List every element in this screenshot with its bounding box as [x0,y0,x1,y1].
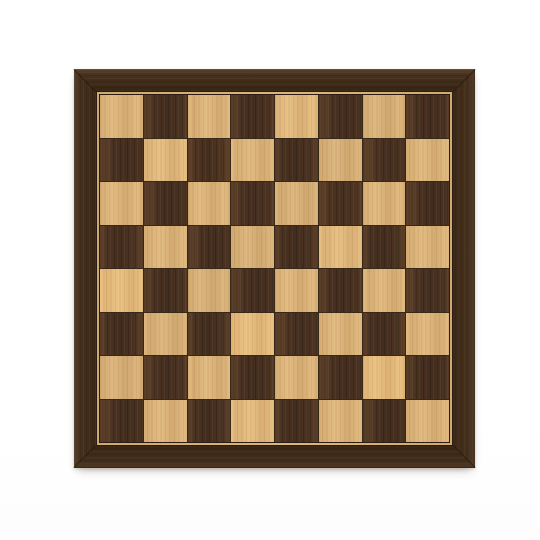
square-d3[interactable] [231,313,274,356]
square-b7[interactable] [144,139,187,182]
square-e6[interactable] [275,182,318,225]
square-h5[interactable] [406,226,449,269]
square-c8[interactable] [188,95,231,138]
square-f8[interactable] [319,95,362,138]
square-b4[interactable] [144,269,187,312]
square-g4[interactable] [363,269,406,312]
square-g3[interactable] [363,313,406,356]
square-g7[interactable] [363,139,406,182]
square-c6[interactable] [188,182,231,225]
square-h7[interactable] [406,139,449,182]
square-a2[interactable] [100,356,143,399]
square-h8[interactable] [406,95,449,138]
square-a8[interactable] [100,95,143,138]
square-g8[interactable] [363,95,406,138]
square-e7[interactable] [275,139,318,182]
square-c4[interactable] [188,269,231,312]
square-a6[interactable] [100,182,143,225]
square-h4[interactable] [406,269,449,312]
square-d8[interactable] [231,95,274,138]
board-grid [100,95,449,442]
square-h2[interactable] [406,356,449,399]
square-f5[interactable] [319,226,362,269]
square-f3[interactable] [319,313,362,356]
square-c5[interactable] [188,226,231,269]
square-f4[interactable] [319,269,362,312]
square-e2[interactable] [275,356,318,399]
square-b3[interactable] [144,313,187,356]
square-d1[interactable] [231,400,274,443]
square-g2[interactable] [363,356,406,399]
square-h1[interactable] [406,400,449,443]
square-f6[interactable] [319,182,362,225]
square-c3[interactable] [188,313,231,356]
square-c7[interactable] [188,139,231,182]
square-a7[interactable] [100,139,143,182]
square-b5[interactable] [144,226,187,269]
square-d7[interactable] [231,139,274,182]
square-d4[interactable] [231,269,274,312]
square-e4[interactable] [275,269,318,312]
square-e8[interactable] [275,95,318,138]
square-g6[interactable] [363,182,406,225]
square-g5[interactable] [363,226,406,269]
square-e1[interactable] [275,400,318,443]
square-d5[interactable] [231,226,274,269]
square-d2[interactable] [231,356,274,399]
square-c2[interactable] [188,356,231,399]
square-f1[interactable] [319,400,362,443]
square-e3[interactable] [275,313,318,356]
square-f2[interactable] [319,356,362,399]
square-h3[interactable] [406,313,449,356]
square-c1[interactable] [188,400,231,443]
square-e5[interactable] [275,226,318,269]
square-b6[interactable] [144,182,187,225]
square-a4[interactable] [100,269,143,312]
square-b2[interactable] [144,356,187,399]
square-f7[interactable] [319,139,362,182]
square-a3[interactable] [100,313,143,356]
square-a1[interactable] [100,400,143,443]
square-b1[interactable] [144,400,187,443]
square-a5[interactable] [100,226,143,269]
square-h6[interactable] [406,182,449,225]
square-g1[interactable] [363,400,406,443]
chess-board [74,69,475,468]
product-photo-background [0,0,540,540]
square-d6[interactable] [231,182,274,225]
square-b8[interactable] [144,95,187,138]
